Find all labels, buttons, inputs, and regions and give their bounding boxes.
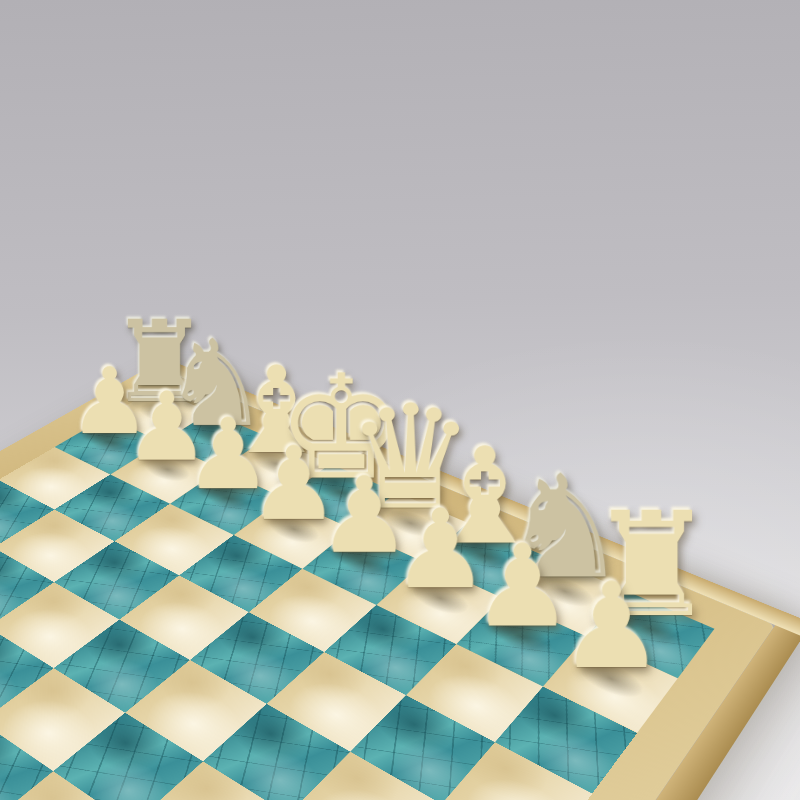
white-pawn-a2: ♟ [558, 572, 664, 681]
photo-backdrop: ♟♟♟♟♟♟♟♟♜♞♝♛♚♝♞♜ [0, 0, 800, 800]
chess-board: ♟♟♟♟♟♟♟♟♜♞♝♛♚♝♞♜ [0, 365, 775, 800]
board-grid: ♟♟♟♟♟♟♟♟♜♞♝♛♚♝♞♜ [0, 389, 714, 800]
